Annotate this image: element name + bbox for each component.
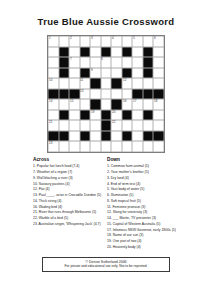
clue-item: 3. Dry land (4) [107,175,191,180]
grid-cell[interactable]: 14 [48,99,59,110]
clue-item: 16. Wading bird (4) [33,204,109,209]
down-clues-section: Down 1. Common farm animal (5)2. Your mo… [107,156,191,300]
grid-cell[interactable]: 19 [90,110,101,121]
grid-cell[interactable]: 20 [111,110,122,121]
grid-cell[interactable] [80,36,91,47]
grid-cell[interactable]: 6 [153,36,164,47]
grid-cell[interactable] [69,78,80,89]
grid-cell[interactable] [69,120,80,131]
grid-cell[interactable] [143,36,154,47]
clue-item: 15. Capital of Western Australia (5) [107,221,191,226]
block-cell [143,57,154,68]
block-cell [111,99,122,110]
grid-cell[interactable]: 9 [90,68,101,79]
grid-cell[interactable] [69,47,80,58]
cell-number: 9 [91,68,93,71]
block-cell [80,131,91,142]
grid-cell[interactable] [69,110,80,121]
down-clue-list: 1. Common farm animal (5)2. Your mother'… [107,164,191,250]
page: True Blue Aussie Crossword 1234567891011… [0,0,212,300]
grid-cell[interactable] [132,47,143,58]
cell-number: 8 [101,57,103,60]
grid-cell[interactable]: 4 [111,36,122,47]
grid-cell[interactable]: 8 [101,57,112,68]
clue-item: 12. Flat (4) [33,187,109,192]
grid-cell[interactable] [101,141,112,152]
grid-cell[interactable] [132,78,143,89]
block-cell [59,89,70,100]
grid-cell[interactable] [101,68,112,79]
puzzle-title: True Blue Aussie Crossword [0,16,212,27]
grid-cell[interactable] [111,89,122,100]
grid-cell[interactable]: 23 [48,141,59,152]
grid-cell[interactable] [59,99,70,110]
cell-number: 5 [133,36,135,39]
grid-cell[interactable]: 15 [69,99,80,110]
block-cell [69,89,80,100]
grid-cell[interactable] [111,57,122,68]
grid-cell[interactable]: 16 [122,99,133,110]
cell-number: 1 [49,36,51,39]
grid-cell[interactable] [48,57,59,68]
grid-cell[interactable] [90,89,101,100]
cell-number: 12 [123,78,126,81]
grid-cell[interactable] [132,110,143,121]
clue-item: 7. Weather of a region (7) [33,169,109,174]
block-cell [132,89,143,100]
block-cell [48,131,59,142]
across-clues-section: Across 1. Popular hot lunch food (7,4)7.… [33,156,109,298]
grid-cell[interactable] [153,120,164,131]
grid-cell[interactable] [143,120,154,131]
clue-item: 8. Soft tropical fruit (5) [107,198,191,203]
grid-cell[interactable] [153,141,164,152]
grid-cell[interactable]: 7 [69,57,80,68]
grid-cell[interactable] [48,68,59,79]
block-cell [122,131,133,142]
clue-item: 2. Your mother's brother (5) [107,169,191,174]
block-cell [59,47,70,58]
grid-cell[interactable] [111,141,122,152]
cell-number: 21 [49,120,52,123]
grid-cell[interactable] [101,78,112,89]
cell-number: 2 [70,36,72,39]
block-cell [101,120,112,131]
cell-number: 13 [80,89,83,92]
clue-item: 22. Warble of a bird (5) [33,215,109,220]
block-cell [143,131,154,142]
grid-cell[interactable]: 13 [80,89,91,100]
grid-cell[interactable] [122,120,133,131]
grid-cell[interactable] [80,141,91,152]
cell-number: 20 [112,110,115,113]
clue-item: 20. Heavenly body (4) [107,244,191,249]
clue-item: 21. River that runs through Melbourne (5… [33,210,109,215]
grid-cell[interactable] [143,78,154,89]
clue-item: 14. ___ Martin, TV presenter (3) [107,215,191,220]
clue-item: 1. Common farm animal (5) [107,164,191,169]
cell-number: 18 [154,99,157,102]
block-cell [153,89,164,100]
grid-cell[interactable] [90,120,101,131]
block-cell [59,68,70,79]
block-cell [122,110,133,121]
grid-cell[interactable] [80,57,91,68]
usage-line: For private and educational use only. No… [43,264,169,268]
block-cell [90,99,101,110]
block-cell [80,47,91,58]
block-cell [59,110,70,121]
block-cell [101,110,112,121]
clue-item: 19. One part of two (4) [107,238,191,243]
grid-cell[interactable] [122,141,133,152]
grid-cell[interactable] [122,57,133,68]
clue-item: 12. Slang for university (3) [107,210,191,215]
grid-cell[interactable]: 5 [132,36,143,47]
block-cell [153,131,164,142]
block-cell [143,110,154,121]
block-cell [48,89,59,100]
grid-cell[interactable] [122,89,133,100]
grid-cell[interactable] [59,78,70,89]
grid-cell[interactable] [48,47,59,58]
across-clue-list: 1. Popular hot lunch food (7,4)7. Weathe… [33,164,109,227]
grid-cell[interactable] [69,131,80,142]
grid-cell[interactable]: 11 [80,78,91,89]
grid-cell[interactable] [153,110,164,121]
grid-cell[interactable] [101,99,112,110]
grid-cell[interactable] [143,99,154,110]
grid-cell[interactable] [80,99,91,110]
grid-cell[interactable]: 3 [90,36,101,47]
clue-item: 14. Thick string (4) [33,198,109,203]
block-cell [101,47,112,58]
grid-cell[interactable] [111,131,122,142]
block-cell [143,47,154,58]
grid-cell[interactable] [90,141,101,152]
copyright-box: © Denise Sutherland 2006 For private and… [42,257,170,272]
grid-cell[interactable] [101,36,112,47]
grid-cell[interactable] [122,36,133,47]
cell-number: 14 [49,99,52,102]
cell-number: 19 [91,110,94,113]
clue-item: 18. Name of our sun (3) [107,233,191,238]
grid-cell[interactable] [111,68,122,79]
grid-cell[interactable] [153,68,164,79]
grid-cell[interactable] [153,47,164,58]
clue-item: 23. Australian singer, 'Whispering Jack'… [33,221,109,226]
clue-item: 6. Illumination (5) [107,192,191,197]
grid-cell[interactable] [111,47,122,58]
grid-cell[interactable] [69,141,80,152]
grid-cell[interactable] [153,57,164,68]
block-cell [101,131,112,142]
grid-cell[interactable] [90,131,101,142]
cell-number: 17 [133,99,136,102]
cell-number: 3 [91,36,93,39]
clue-item: 1. Popular hot lunch food (7,4) [33,164,109,169]
cell-number: 6 [154,36,156,39]
block-cell [111,78,122,89]
block-cell [59,131,70,142]
grid-cell[interactable] [132,120,143,131]
across-header: Across [33,156,109,162]
grid-cell[interactable]: 1 [48,36,59,47]
cell-number: 7 [70,57,72,60]
cell-number: 15 [70,99,73,102]
grid-cell[interactable] [101,89,112,100]
grid-cell[interactable] [59,36,70,47]
grid-cell[interactable] [90,47,101,58]
block-cell [80,68,91,79]
grid-cell[interactable]: 22 [111,120,122,131]
grid-cell[interactable]: 12 [122,78,133,89]
grid-cell[interactable] [143,141,154,152]
grid-cell[interactable]: 21 [48,120,59,131]
grid-cell[interactable]: 17 [132,99,143,110]
grid-cell[interactable] [80,120,91,131]
cell-number: 23 [49,141,52,144]
grid-cell[interactable] [153,78,164,89]
cell-number: 10 [49,78,52,81]
down-header: Down [107,156,191,162]
block-cell [80,110,91,121]
block-cell [122,68,133,79]
block-cell [143,68,154,79]
block-cell [122,47,133,58]
clue-item: 11. Feminine pronoun (3) [107,204,191,209]
clue-item: 4. End of term test (4) [107,181,191,186]
grid-cell[interactable]: 2 [69,36,80,47]
grid-cell[interactable] [132,68,143,79]
cell-number: 11 [80,78,83,81]
block-cell [143,89,154,100]
grid-cell[interactable] [132,57,143,68]
block-cell [90,78,101,89]
grid-cell[interactable] [59,120,70,131]
grid-cell[interactable] [69,68,80,79]
clue-item: 5. Vast body of water (5) [107,187,191,192]
grid-cell[interactable]: 18 [153,99,164,110]
grid-cell[interactable]: 10 [48,78,59,89]
clue-item: 9. Wall blocking a river (3) [33,175,109,180]
clue-item: 10. Savoury pastries (4) [33,181,109,186]
cell-number: 4 [112,36,114,39]
cell-number: 16 [123,99,126,102]
cell-number: 22 [112,120,115,123]
grid-cell[interactable] [90,57,101,68]
block-cell [59,57,70,68]
grid-cell[interactable] [132,131,143,142]
grid-cell[interactable] [132,141,143,152]
clue-item: 17. Infamous NSW Governor, early 1800s (… [107,227,191,232]
clue-item: 13. Paul ____, actor in Crocodile Dundee… [33,192,109,197]
grid-cell[interactable] [48,110,59,121]
grid-cell[interactable] [59,141,70,152]
crossword-grid: 1234567891011121314151617181920212223 [47,35,165,153]
